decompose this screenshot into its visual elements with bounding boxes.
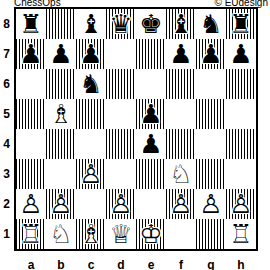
black-bishop: ♝♝ <box>166 9 196 39</box>
square-g5[interactable] <box>196 99 226 129</box>
square-d3[interactable] <box>106 159 136 189</box>
square-h2[interactable]: ♟♙ <box>226 189 256 219</box>
square-f6[interactable] <box>166 69 196 99</box>
square-f1[interactable] <box>166 219 196 249</box>
square-c3[interactable]: ♟♙ <box>76 159 106 189</box>
black-pawn: ♟♟ <box>166 39 196 69</box>
white-knight: ♞♘ <box>166 159 196 189</box>
black-pawn: ♟♟ <box>136 99 166 129</box>
square-h3[interactable] <box>226 159 256 189</box>
white-pawn: ♟♙ <box>166 189 196 219</box>
square-a2[interactable]: ♟♙ <box>16 189 46 219</box>
square-e2[interactable] <box>136 189 166 219</box>
square-b1[interactable]: ♞♘ <box>46 219 76 249</box>
white-queen: ♛♕ <box>106 219 136 249</box>
square-f5[interactable] <box>166 99 196 129</box>
file-labels: abcdefgh <box>16 258 256 270</box>
white-rook: ♜♖ <box>16 219 46 249</box>
file-label-g: g <box>196 258 226 270</box>
square-b8[interactable] <box>46 9 76 39</box>
white-pawn: ♟♙ <box>76 159 106 189</box>
black-pawn: ♟♟ <box>136 129 166 159</box>
square-h7[interactable]: ♟♟ <box>226 39 256 69</box>
file-label-c: c <box>76 258 106 270</box>
file-label-a: a <box>16 258 46 270</box>
square-e5[interactable]: ♟♟ <box>136 99 166 129</box>
rank-label-8: 8 <box>0 9 13 39</box>
rank-label-2: 2 <box>0 189 13 219</box>
black-pawn: ♟♟ <box>196 39 226 69</box>
square-g7[interactable]: ♟♟ <box>196 39 226 69</box>
square-g8[interactable]: ♞♞ <box>196 9 226 39</box>
file-label-e: e <box>136 258 166 270</box>
square-e8[interactable]: ♚♚ <box>136 9 166 39</box>
square-c6[interactable]: ♞♞ <box>76 69 106 99</box>
black-king: ♚♚ <box>136 9 166 39</box>
square-c7[interactable]: ♟♟ <box>76 39 106 69</box>
square-c1[interactable]: ♝♗ <box>76 219 106 249</box>
square-f4[interactable] <box>166 129 196 159</box>
page: ChessOps © EUdesign 87654321 ♜♜♝♝♛♛♚♚♝♝♞… <box>0 0 270 270</box>
square-e6[interactable] <box>136 69 166 99</box>
square-h4[interactable] <box>226 129 256 159</box>
black-rook: ♜♜ <box>16 9 46 39</box>
white-pawn: ♟♙ <box>106 189 136 219</box>
white-pawn: ♟♙ <box>226 189 256 219</box>
white-bishop: ♝♗ <box>76 219 106 249</box>
square-b7[interactable]: ♟♟ <box>46 39 76 69</box>
square-d1[interactable]: ♛♕ <box>106 219 136 249</box>
square-g6[interactable] <box>196 69 226 99</box>
square-a8[interactable]: ♜♜ <box>16 9 46 39</box>
square-b2[interactable]: ♟♙ <box>46 189 76 219</box>
black-pawn: ♟♟ <box>16 39 46 69</box>
chess-board: ♜♜♝♝♛♛♚♚♝♝♞♞♜♜♟♟♟♟♟♟♟♟♟♟♟♟♞♞♝♗♟♟♟♟♟♙♞♘♟♙… <box>14 7 258 251</box>
black-queen: ♛♛ <box>106 9 136 39</box>
square-a1[interactable]: ♜♖ <box>16 219 46 249</box>
square-h6[interactable] <box>226 69 256 99</box>
rank-label-5: 5 <box>0 99 13 129</box>
square-b5[interactable]: ♝♗ <box>46 99 76 129</box>
square-d4[interactable] <box>106 129 136 159</box>
square-h8[interactable]: ♜♜ <box>226 9 256 39</box>
square-a5[interactable] <box>16 99 46 129</box>
white-pawn: ♟♙ <box>16 189 46 219</box>
file-label-f: f <box>166 258 196 270</box>
file-label-b: b <box>46 258 76 270</box>
square-c4[interactable] <box>76 129 106 159</box>
square-h1[interactable]: ♜♖ <box>226 219 256 249</box>
black-knight: ♞♞ <box>76 69 106 99</box>
file-label-d: d <box>106 258 136 270</box>
white-pawn: ♟♙ <box>46 189 76 219</box>
copyright-text: © EUdesign <box>214 0 268 7</box>
file-label-h: h <box>226 258 256 270</box>
white-pawn: ♟♙ <box>196 189 226 219</box>
white-king: ♚♔ <box>136 219 166 249</box>
rank-label-1: 1 <box>0 219 13 249</box>
square-h5[interactable] <box>226 99 256 129</box>
square-e4[interactable]: ♟♟ <box>136 129 166 159</box>
square-a3[interactable] <box>16 159 46 189</box>
square-g3[interactable] <box>196 159 226 189</box>
square-b3[interactable] <box>46 159 76 189</box>
square-d7[interactable] <box>106 39 136 69</box>
square-d8[interactable]: ♛♛ <box>106 9 136 39</box>
square-e1[interactable]: ♚♔ <box>136 219 166 249</box>
rank-label-3: 3 <box>0 159 13 189</box>
square-c8[interactable]: ♝♝ <box>76 9 106 39</box>
black-rook: ♜♜ <box>226 9 256 39</box>
square-g1[interactable] <box>196 219 226 249</box>
rank-label-7: 7 <box>0 39 13 69</box>
square-a7[interactable]: ♟♟ <box>16 39 46 69</box>
square-d2[interactable]: ♟♙ <box>106 189 136 219</box>
rank-label-4: 4 <box>0 129 13 159</box>
black-pawn: ♟♟ <box>76 39 106 69</box>
white-rook: ♜♖ <box>226 219 256 249</box>
square-a6[interactable] <box>16 69 46 99</box>
square-e3[interactable] <box>136 159 166 189</box>
black-bishop: ♝♝ <box>76 9 106 39</box>
black-pawn: ♟♟ <box>46 39 76 69</box>
square-c5[interactable] <box>76 99 106 129</box>
square-e7[interactable] <box>136 39 166 69</box>
black-pawn: ♟♟ <box>226 39 256 69</box>
square-f8[interactable]: ♝♝ <box>166 9 196 39</box>
black-knight: ♞♞ <box>196 9 226 39</box>
rank-label-6: 6 <box>0 69 13 99</box>
white-knight: ♞♘ <box>46 219 76 249</box>
square-a4[interactable] <box>16 129 46 159</box>
square-f7[interactable]: ♟♟ <box>166 39 196 69</box>
rank-labels: 87654321 <box>0 9 14 249</box>
square-b6[interactable] <box>46 69 76 99</box>
square-f3[interactable]: ♞♘ <box>166 159 196 189</box>
square-b4[interactable] <box>46 129 76 159</box>
square-f2[interactable]: ♟♙ <box>166 189 196 219</box>
square-c2[interactable] <box>76 189 106 219</box>
square-d5[interactable] <box>106 99 136 129</box>
square-g2[interactable]: ♟♙ <box>196 189 226 219</box>
square-g4[interactable] <box>196 129 226 159</box>
square-d6[interactable] <box>106 69 136 99</box>
white-bishop: ♝♗ <box>46 99 76 129</box>
